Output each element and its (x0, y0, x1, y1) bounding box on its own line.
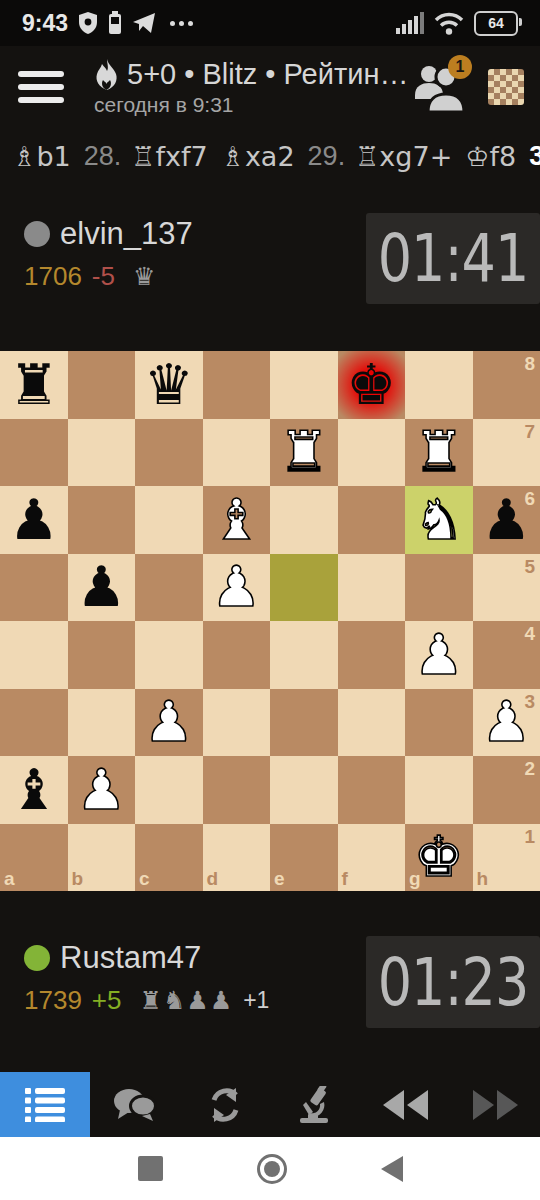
square-g2[interactable] (405, 756, 473, 824)
clock-top: 01:41 (366, 213, 540, 304)
app-screen: 9:43 64 (0, 0, 540, 1200)
white-pawn: ♟ (76, 762, 126, 818)
square-e6[interactable] (270, 486, 338, 554)
square-f2[interactable] (338, 756, 406, 824)
square-h7[interactable]: 7 (473, 419, 540, 487)
fast-forward-icon (473, 1090, 494, 1120)
square-e8[interactable] (270, 351, 338, 419)
home-button[interactable] (257, 1154, 287, 1184)
square-f6[interactable] (338, 486, 406, 554)
chess-board: ♜♛♚8♜♜7♟♝♞♟6♟♟5♟4♟♟3♝♟2abcdef♚gh1 (0, 351, 540, 891)
move-number: 30. (529, 141, 540, 172)
square-d2[interactable] (203, 756, 271, 824)
square-a2[interactable]: ♝ (0, 756, 68, 824)
move-list-icon (25, 1088, 65, 1122)
square-a7[interactable] (0, 419, 68, 487)
player-top-rating-diff: -5 (92, 261, 115, 292)
rank-label-7: 7 (524, 421, 535, 443)
square-h1[interactable]: h1 (473, 824, 540, 892)
back-button[interactable] (381, 1156, 403, 1182)
square-a5[interactable] (0, 554, 68, 622)
square-f8[interactable]: ♚ (338, 351, 406, 419)
clock-top-time: 01:41 (378, 220, 529, 297)
square-d1[interactable]: d (203, 824, 271, 892)
player-bottom-rating-diff: +5 (92, 985, 122, 1016)
square-b8[interactable] (68, 351, 136, 419)
move[interactable]: ♗xa2 (221, 141, 295, 172)
notification-badge: 1 (448, 55, 472, 79)
battery-percent-pill: 64 (474, 11, 518, 36)
bottom-toolbar (0, 1072, 540, 1137)
square-a1[interactable]: a (0, 824, 68, 892)
menu-button[interactable] (18, 67, 68, 107)
move[interactable]: ♖fxf7 (131, 141, 207, 172)
square-h2[interactable]: 2 (473, 756, 540, 824)
square-a3[interactable] (0, 689, 68, 757)
white-bishop: ♝ (211, 492, 261, 548)
white-pawn: ♟ (211, 559, 261, 615)
square-f4[interactable] (338, 621, 406, 689)
square-e1[interactable]: e (270, 824, 338, 892)
square-g4[interactable]: ♟ (405, 621, 473, 689)
square-h5[interactable]: 5 (473, 554, 540, 622)
clock-bottom: 01:23 (366, 936, 540, 1028)
square-c8[interactable]: ♛ (135, 351, 203, 419)
rank-label-6: 6 (524, 488, 535, 510)
player-top-captured-pieces: ♛ (133, 262, 156, 291)
square-c7[interactable] (135, 419, 203, 487)
square-f3[interactable] (338, 689, 406, 757)
white-rook: ♜ (279, 424, 329, 480)
white-knight: ♞ (414, 492, 464, 548)
square-d7[interactable] (203, 419, 271, 487)
more-dots-icon (170, 21, 193, 26)
move-list: ♗♗b128.♖fxf7♗xa229.♖xg7+♔f830.♘g6# (0, 128, 540, 184)
square-d8[interactable] (203, 351, 271, 419)
square-c1[interactable]: c (135, 824, 203, 892)
status-right: 64 (396, 11, 518, 36)
square-e3[interactable] (270, 689, 338, 757)
file-label-h: h (477, 868, 489, 890)
rank-label-3: 3 (524, 691, 535, 713)
spectators-button[interactable]: 1 (412, 61, 468, 113)
wifi-icon (434, 12, 464, 35)
rewind-button[interactable] (360, 1072, 450, 1137)
square-b2[interactable]: ♟ (68, 756, 136, 824)
player-bottom-name[interactable]: Rustam47 (60, 940, 201, 976)
square-b5[interactable]: ♟ (68, 554, 136, 622)
player-top-name[interactable]: elvin_137 (60, 216, 193, 252)
player-top: elvin_137 1706 -5 ♛ (24, 216, 354, 292)
player-bottom-rating: 1739 (24, 985, 82, 1016)
move[interactable]: ♗b1 (12, 141, 71, 172)
square-h3[interactable]: ♟3 (473, 689, 540, 757)
battery-icon (108, 11, 122, 35)
white-rook: ♜ (414, 424, 464, 480)
square-e4[interactable] (270, 621, 338, 689)
status-left: 9:43 (22, 10, 193, 37)
square-h4[interactable]: 4 (473, 621, 540, 689)
square-b3[interactable] (68, 689, 136, 757)
square-a4[interactable] (0, 621, 68, 689)
black-bishop: ♝ (9, 762, 59, 818)
rewind-icon (383, 1090, 404, 1120)
square-b7[interactable] (68, 419, 136, 487)
fast-forward-icon-2 (497, 1090, 518, 1120)
file-label-b: b (72, 868, 84, 890)
material-advantage: +1 (243, 987, 269, 1014)
square-b6[interactable] (68, 486, 136, 554)
square-f1[interactable]: f (338, 824, 406, 892)
square-b1[interactable]: b (68, 824, 136, 892)
square-g8[interactable] (405, 351, 473, 419)
recents-button[interactable] (138, 1156, 163, 1181)
square-g5[interactable] (405, 554, 473, 622)
move[interactable]: ♔f8 (465, 141, 516, 172)
square-g1[interactable]: ♚g (405, 824, 473, 892)
square-e2[interactable] (270, 756, 338, 824)
square-c5[interactable] (135, 554, 203, 622)
signal-icon (396, 12, 424, 34)
blitz-flame-icon (94, 59, 119, 90)
chat-button[interactable] (90, 1072, 180, 1137)
player-bottom-captured-pieces: ♜♞♟♟ (140, 986, 234, 1015)
square-c3[interactable]: ♟ (135, 689, 203, 757)
black-queen: ♛ (144, 357, 194, 413)
file-label-d: d (207, 868, 219, 890)
file-label-c: c (139, 868, 150, 890)
black-rook: ♜ (9, 357, 59, 413)
square-h6[interactable]: ♟6 (473, 486, 540, 554)
square-g3[interactable] (405, 689, 473, 757)
square-c4[interactable] (135, 621, 203, 689)
square-e5[interactable] (270, 554, 338, 622)
file-label-e: e (274, 868, 285, 890)
black-king: ♚ (346, 357, 396, 413)
square-e7[interactable]: ♜ (270, 419, 338, 487)
battery-percent: 64 (488, 15, 504, 31)
analysis-button[interactable] (270, 1072, 360, 1137)
square-c6[interactable] (135, 486, 203, 554)
move[interactable]: ♖xg7+ (355, 141, 452, 172)
move-number: 29. (308, 141, 346, 172)
file-label-f: f (342, 868, 348, 890)
rank-label-5: 5 (524, 556, 535, 578)
header-icons: 1 (412, 61, 524, 113)
rank-label-8: 8 (524, 353, 535, 375)
square-d5[interactable]: ♟ (203, 554, 271, 622)
chat-icon (113, 1088, 157, 1122)
black-pawn: ♟ (76, 559, 126, 615)
offline-status-dot (24, 221, 50, 247)
fast-forward-button[interactable] (450, 1072, 540, 1137)
rank-label-2: 2 (524, 758, 535, 780)
flip-board-button[interactable] (180, 1072, 270, 1137)
clock-bottom-time: 01:23 (378, 944, 529, 1021)
board-thumbnail-button[interactable] (488, 69, 524, 105)
square-a6[interactable]: ♟ (0, 486, 68, 554)
rank-label-1: 1 (524, 826, 535, 848)
square-d3[interactable] (203, 689, 271, 757)
android-navbar (0, 1137, 540, 1200)
square-b4[interactable] (68, 621, 136, 689)
square-c2[interactable] (135, 756, 203, 824)
white-pawn: ♟ (144, 694, 194, 750)
status-bar: 9:43 64 (0, 0, 540, 46)
status-time: 9:43 (22, 10, 68, 37)
header-title-block: 5+0 • Blitz • Рейтин… сегодня в 9:31 (94, 58, 412, 117)
microscope-icon (296, 1086, 334, 1124)
file-label-a: a (4, 868, 15, 890)
square-f5[interactable] (338, 554, 406, 622)
rank-label-4: 4 (524, 623, 535, 645)
player-top-rating: 1706 (24, 261, 82, 292)
square-g7[interactable]: ♜ (405, 419, 473, 487)
square-d6[interactable]: ♝ (203, 486, 271, 554)
file-label-g: g (409, 868, 421, 890)
move[interactable]: ♗ (0, 141, 2, 172)
move-number: 28. (84, 141, 122, 172)
rewind-icon-2 (407, 1090, 428, 1120)
move-list-button[interactable] (0, 1072, 90, 1137)
square-d4[interactable] (203, 621, 271, 689)
online-status-dot (24, 945, 50, 971)
white-king: ♚ (414, 829, 464, 885)
square-g6[interactable]: ♞ (405, 486, 473, 554)
player-bottom: Rustam47 1739 +5 ♜♞♟♟ +1 (24, 940, 354, 1016)
square-h8[interactable]: 8 (473, 351, 540, 419)
flip-board-icon (206, 1087, 244, 1123)
header: 5+0 • Blitz • Рейтин… сегодня в 9:31 1 (0, 46, 540, 128)
shield-icon (78, 11, 98, 35)
telegram-icon (132, 12, 156, 34)
white-pawn: ♟ (414, 627, 464, 683)
black-pawn: ♟ (9, 492, 59, 548)
game-date: сегодня в 9:31 (94, 93, 412, 117)
game-title: 5+0 • Blitz • Рейтин… (127, 58, 408, 91)
square-f7[interactable] (338, 419, 406, 487)
square-a8[interactable]: ♜ (0, 351, 68, 419)
